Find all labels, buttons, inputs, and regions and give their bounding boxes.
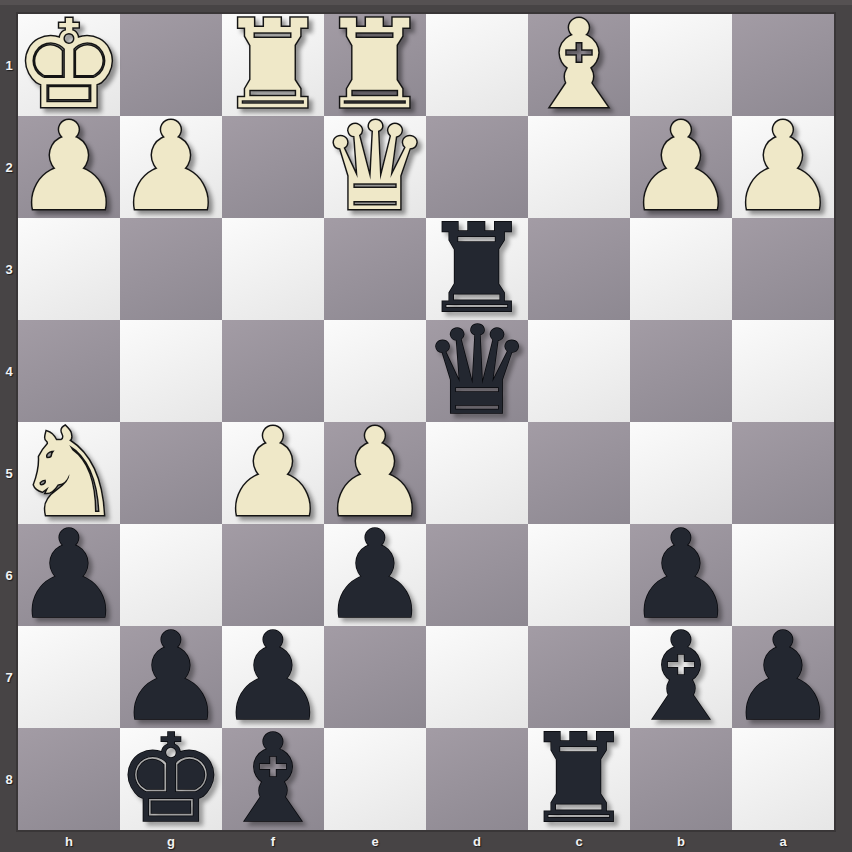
square-f8[interactable]: ♝	[222, 728, 324, 830]
square-a4[interactable]	[732, 320, 834, 422]
square-g4[interactable]	[120, 320, 222, 422]
rank-label-8: 8	[0, 728, 18, 830]
white-bishop-c1[interactable]: ♝	[524, 14, 633, 116]
file-label-h: h	[18, 831, 120, 851]
square-h6[interactable]: ♟	[18, 524, 120, 626]
black-bishop-f8[interactable]: ♝	[218, 728, 327, 830]
rank-label-7: 7	[0, 626, 18, 728]
white-pawn-h2[interactable]: ♟	[14, 116, 123, 218]
rank-label-2: 2	[0, 116, 18, 218]
square-h2[interactable]: ♟	[18, 116, 120, 218]
square-g2[interactable]: ♟	[120, 116, 222, 218]
white-queen-e2[interactable]: ♛	[320, 116, 429, 218]
square-e6[interactable]: ♟	[324, 524, 426, 626]
square-g8[interactable]: ♚	[120, 728, 222, 830]
square-d7[interactable]	[426, 626, 528, 728]
square-c8[interactable]: ♜	[528, 728, 630, 830]
square-f3[interactable]	[222, 218, 324, 320]
square-c4[interactable]	[528, 320, 630, 422]
rank-label-4: 4	[0, 320, 18, 422]
square-e2[interactable]: ♛	[324, 116, 426, 218]
square-d6[interactable]	[426, 524, 528, 626]
square-c6[interactable]	[528, 524, 630, 626]
square-c3[interactable]	[528, 218, 630, 320]
chess-board: ♚♜♜♝♟♟♛♟♟♜♛♞♟♟♟♟♟♟♟♝♟♚♝♜	[18, 14, 834, 830]
black-rook-c8[interactable]: ♜	[524, 728, 633, 830]
white-pawn-a2[interactable]: ♟	[728, 116, 837, 218]
rank-label-1: 1	[0, 14, 18, 116]
file-label-b: b	[630, 831, 732, 851]
square-a5[interactable]	[732, 422, 834, 524]
chess-board-frame: ♚♜♜♝♟♟♛♟♟♜♛♞♟♟♟♟♟♟♟♝♟♚♝♜ 12345678 hgfedc…	[0, 0, 852, 852]
square-c5[interactable]	[528, 422, 630, 524]
square-a2[interactable]: ♟	[732, 116, 834, 218]
black-queen-d4[interactable]: ♛	[422, 320, 531, 422]
square-b4[interactable]	[630, 320, 732, 422]
square-d4[interactable]: ♛	[426, 320, 528, 422]
rank-label-6: 6	[0, 524, 18, 626]
square-f1[interactable]: ♜	[222, 14, 324, 116]
square-h8[interactable]	[18, 728, 120, 830]
white-pawn-g2[interactable]: ♟	[116, 116, 225, 218]
black-bishop-b7[interactable]: ♝	[626, 626, 735, 728]
square-a7[interactable]: ♟	[732, 626, 834, 728]
black-king-g8[interactable]: ♚	[116, 728, 225, 830]
white-pawn-f5[interactable]: ♟	[218, 422, 327, 524]
file-label-g: g	[120, 831, 222, 851]
black-pawn-a7[interactable]: ♟	[728, 626, 837, 728]
black-pawn-h6[interactable]: ♟	[14, 524, 123, 626]
file-label-c: c	[528, 831, 630, 851]
white-pawn-b2[interactable]: ♟	[626, 116, 735, 218]
square-d8[interactable]	[426, 728, 528, 830]
file-label-a: a	[732, 831, 834, 851]
file-label-e: e	[324, 831, 426, 851]
file-label-d: d	[426, 831, 528, 851]
white-rook-f1[interactable]: ♜	[218, 14, 327, 116]
square-d1[interactable]	[426, 14, 528, 116]
file-label-f: f	[222, 831, 324, 851]
square-b7[interactable]: ♝	[630, 626, 732, 728]
rank-label-3: 3	[0, 218, 18, 320]
square-e8[interactable]	[324, 728, 426, 830]
square-b2[interactable]: ♟	[630, 116, 732, 218]
square-f5[interactable]: ♟	[222, 422, 324, 524]
square-g5[interactable]	[120, 422, 222, 524]
black-pawn-e6[interactable]: ♟	[320, 524, 429, 626]
square-c1[interactable]: ♝	[528, 14, 630, 116]
rank-label-5: 5	[0, 422, 18, 524]
